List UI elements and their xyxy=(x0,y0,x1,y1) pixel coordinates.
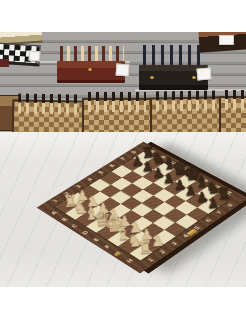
dark-set-pieces xyxy=(143,45,205,67)
display-board-4 xyxy=(219,96,246,134)
price-tag xyxy=(29,50,41,61)
price-tag xyxy=(197,67,212,80)
main-chess-set: ABCDEFGH ABCDEFGH 12345678 12345678 ♜♟♟♜… xyxy=(61,122,224,285)
display-board-3-light-pieces xyxy=(156,99,216,111)
brass-handle-right xyxy=(192,76,196,79)
price-tag xyxy=(116,64,130,77)
display-board-1-light-pieces xyxy=(18,102,78,114)
board-grid: ♜♟♟♜♞♟♟♞♝♟♟♝♛♟♟♛♚♟♟♚♝♟♟♝♞♟♟♞♜♟♟♜ xyxy=(53,151,231,261)
brass-clasp-dot xyxy=(88,68,92,71)
mahogany-set-pieces xyxy=(60,46,124,62)
brass-handle-left xyxy=(150,76,154,79)
shelf-red-box xyxy=(0,59,9,67)
price-tag xyxy=(219,35,234,45)
display-board-2-light-pieces xyxy=(88,101,146,112)
display-board-4-light-pieces xyxy=(225,99,246,110)
